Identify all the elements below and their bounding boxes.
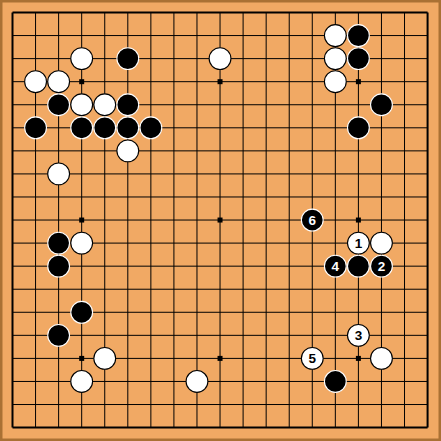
stone-black [71, 117, 93, 139]
stone-white [186, 371, 208, 393]
go-diagram: 614235 [0, 0, 441, 441]
stone-white [348, 232, 370, 254]
star-point [356, 356, 361, 361]
stone-white [71, 94, 93, 116]
stone-black [48, 324, 70, 346]
stone-black [348, 117, 370, 139]
star-point [356, 79, 361, 84]
stone-white [48, 163, 70, 185]
stone-black [324, 255, 346, 277]
stone-black [117, 117, 139, 139]
stone-black [48, 94, 70, 116]
stone-white [48, 71, 70, 93]
stone-white [117, 140, 139, 162]
star-point [79, 218, 84, 223]
star-point [356, 218, 361, 223]
stone-white [324, 25, 346, 47]
stone-white [371, 232, 393, 254]
stone-white [71, 371, 93, 393]
star-point [218, 79, 223, 84]
stone-white [94, 94, 116, 116]
stone-black [140, 117, 162, 139]
star-point [218, 356, 223, 361]
stone-black [117, 94, 139, 116]
stone-black [348, 255, 370, 277]
stone-white [94, 348, 116, 370]
stone-black [117, 48, 139, 70]
stone-black [48, 232, 70, 254]
stone-white [25, 71, 47, 93]
stone-black [348, 48, 370, 70]
star-point [218, 218, 223, 223]
stone-black [371, 255, 393, 277]
stone-white [324, 71, 346, 93]
stone-white [301, 348, 323, 370]
stone-black [301, 209, 323, 231]
stone-black [324, 371, 346, 393]
stone-white [371, 348, 393, 370]
stone-black [371, 94, 393, 116]
stone-black [48, 255, 70, 277]
stone-white [348, 324, 370, 346]
stone-black [348, 25, 370, 47]
stone-white [71, 232, 93, 254]
stone-black [94, 117, 116, 139]
stone-white [324, 48, 346, 70]
star-point [79, 79, 84, 84]
stone-white [71, 48, 93, 70]
stone-white [209, 48, 231, 70]
star-point [79, 356, 84, 361]
stone-black [25, 117, 47, 139]
go-board: 614235 [0, 0, 441, 441]
stone-black [71, 301, 93, 323]
